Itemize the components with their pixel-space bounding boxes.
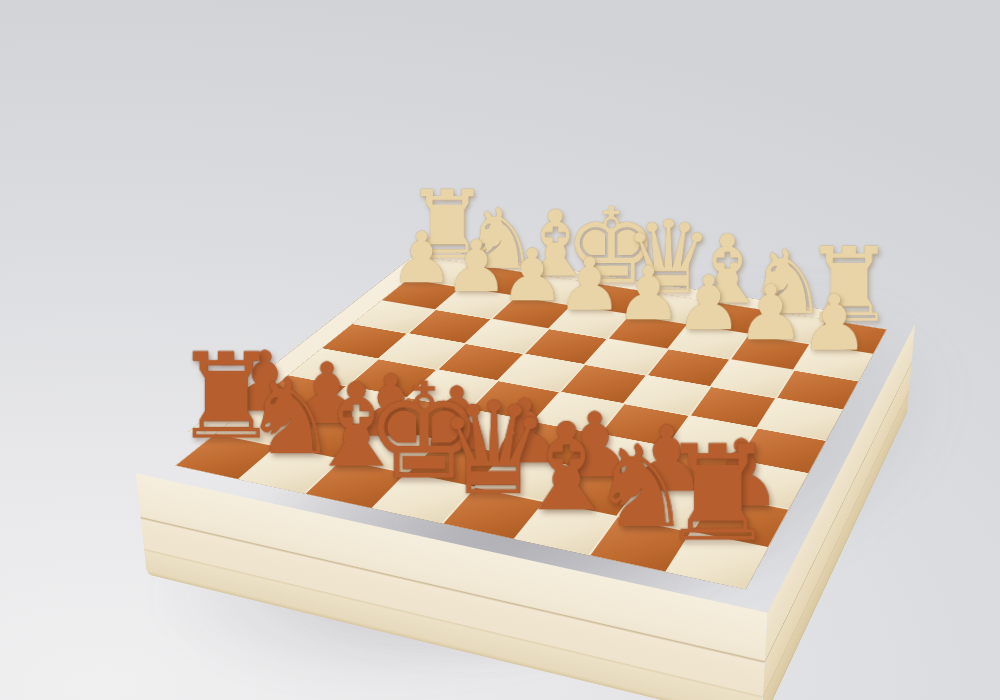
piece-white-pawn-a2[interactable]: ♟ [791,285,878,362]
square-a3[interactable] [777,371,858,410]
perspective-wrapper: ♜♞♝♚♛♝♞♜♟♟♟♟♟♟♟♟♟♟♟♟♟♟♟♟♜♞♝♚♛♝♞♜ [0,0,1000,700]
square-a8[interactable]: ♜ [668,533,768,589]
square-a2[interactable]: ♟ [795,345,873,381]
piece-black-rook-a8[interactable]: ♜ [664,428,772,560]
chess-box: ♜♞♝♚♛♝♞♜♟♟♟♟♟♟♟♟♟♟♟♟♟♟♟♟♜♞♝♚♛♝♞♜ [136,248,915,613]
studio-backdrop: ♜♞♝♚♛♝♞♜♟♟♟♟♟♟♟♟♟♟♟♟♟♟♟♟♜♞♝♚♛♝♞♜ [0,0,1000,700]
